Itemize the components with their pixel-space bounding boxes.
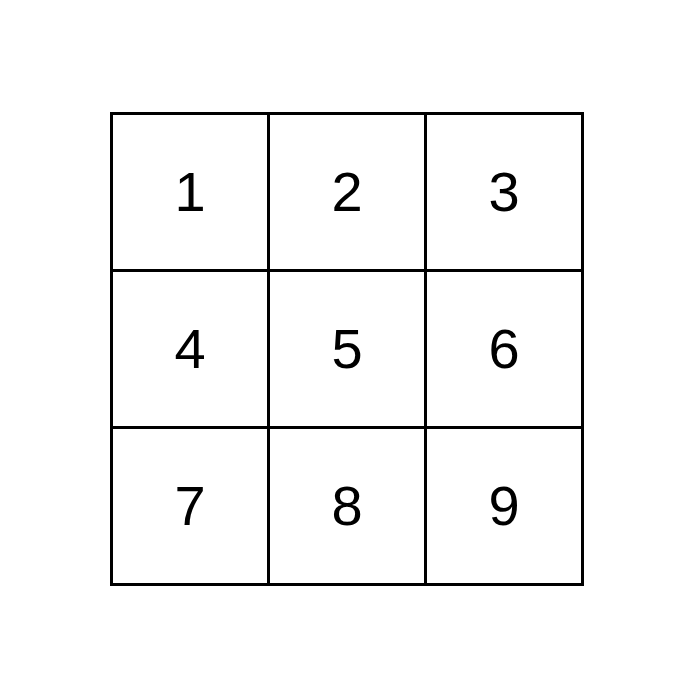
grid-cell-r0c2[interactable]: 3 (427, 115, 581, 269)
grid-cell-r2c1[interactable]: 8 (270, 429, 424, 583)
grid-cell-r0c0[interactable]: 1 (113, 115, 267, 269)
numbered-grid-board: 1 2 3 4 5 6 7 8 9 (110, 112, 584, 586)
grid-cell-r2c0[interactable]: 7 (113, 429, 267, 583)
grid-cell-r0c1[interactable]: 2 (270, 115, 424, 269)
page-canvas: 1 2 3 4 5 6 7 8 9 (0, 0, 700, 700)
grid-cell-r1c0[interactable]: 4 (113, 272, 267, 426)
grid-cell-r1c2[interactable]: 6 (427, 272, 581, 426)
grid-cell-r2c2[interactable]: 9 (427, 429, 581, 583)
grid-cell-r1c1[interactable]: 5 (270, 272, 424, 426)
